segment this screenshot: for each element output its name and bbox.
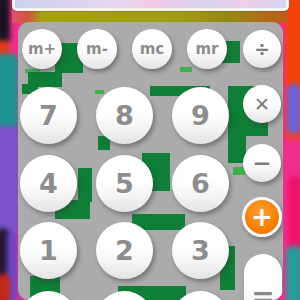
wallpaper-blob: [286, 246, 300, 300]
plus-icon: +: [251, 202, 273, 232]
wallpaper-blob: [0, 274, 10, 300]
memory-subtract-label: m-: [86, 40, 108, 58]
divide-icon: ÷: [254, 38, 270, 60]
green-patch: [78, 168, 92, 202]
digit-9-label: 9: [191, 100, 210, 131]
multiply-icon: ✕: [254, 93, 270, 115]
multiply-button[interactable]: ✕: [243, 85, 281, 123]
digit-7-button[interactable]: 7: [20, 87, 77, 144]
memory-recall-button[interactable]: mr: [187, 29, 227, 69]
wallpaper-blob: [288, 176, 300, 250]
subtract-button[interactable]: −: [243, 144, 281, 182]
digit-6-label: 6: [191, 168, 210, 199]
digit-3-label: 3: [191, 235, 210, 266]
digit-7-label: 7: [39, 100, 58, 131]
wallpaper-blob: [0, 0, 10, 44]
digit-5-button[interactable]: 5: [96, 155, 153, 212]
digit-4-button[interactable]: 4: [20, 155, 77, 212]
digit-8-button[interactable]: 8: [96, 87, 153, 144]
digit-1-label: 1: [39, 235, 58, 266]
digit-9-button[interactable]: 9: [172, 87, 229, 144]
display-value: [15, 0, 286, 8]
wallpaper-blob: [0, 54, 19, 134]
calculator-display: [12, 0, 289, 11]
minus-icon: −: [252, 150, 271, 176]
green-patch: [180, 67, 192, 72]
divide-button[interactable]: ÷: [243, 30, 281, 68]
green-patch: [95, 90, 104, 94]
wallpaper-blob: [287, 84, 300, 134]
digit-1-button[interactable]: 1: [20, 222, 77, 279]
digit-6-button[interactable]: 6: [172, 155, 229, 212]
memory-clear-button[interactable]: mc: [132, 29, 172, 69]
digit-5-label: 5: [115, 168, 134, 199]
memory-clear-label: mc: [140, 40, 165, 58]
digit-2-button[interactable]: 2: [96, 222, 153, 279]
partial-bottom-button[interactable]: [20, 291, 77, 300]
phone-screen: m+ m- mc mr ÷ ✕ − + = 7 8 9 4 5 6 1 2 3: [0, 0, 300, 300]
calculator-body: m+ m- mc mr ÷ ✕ − + = 7 8 9 4 5 6 1 2 3: [18, 22, 283, 300]
digit-2-label: 2: [115, 235, 134, 266]
equals-button[interactable]: =: [244, 254, 282, 300]
digit-4-label: 4: [39, 168, 58, 199]
equals-icon: =: [244, 280, 282, 300]
memory-recall-label: mr: [195, 40, 218, 58]
digit-3-button[interactable]: 3: [172, 222, 229, 279]
wallpaper-blob: [0, 126, 20, 234]
memory-add-button[interactable]: m+: [22, 29, 62, 69]
add-button[interactable]: +: [242, 197, 282, 237]
memory-add-label: m+: [28, 40, 56, 58]
digit-8-label: 8: [115, 100, 134, 131]
memory-subtract-button[interactable]: m-: [77, 29, 117, 69]
